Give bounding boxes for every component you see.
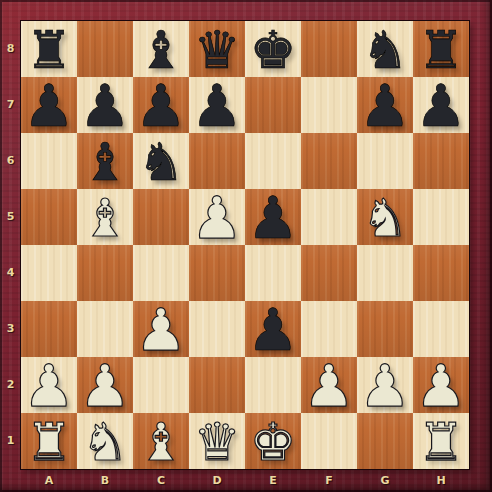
square-a7[interactable]: ♟ <box>21 77 77 133</box>
square-a5[interactable] <box>21 189 77 245</box>
square-h2[interactable]: ♟ <box>413 357 469 413</box>
black-pawn-c7[interactable]: ♟ <box>135 77 187 135</box>
square-f6[interactable] <box>301 133 357 189</box>
square-g4[interactable] <box>357 245 413 301</box>
rank-label-4: 4 <box>0 245 21 301</box>
square-b3[interactable] <box>77 301 133 357</box>
white-pawn-d5[interactable]: ♟ <box>191 189 243 247</box>
square-c3[interactable]: ♟ <box>133 301 189 357</box>
square-e6[interactable] <box>245 133 301 189</box>
square-c5[interactable] <box>133 189 189 245</box>
white-queen-d1[interactable]: ♛ <box>194 416 241 468</box>
file-label-h: H <box>413 469 469 492</box>
square-a8[interactable]: ♜ <box>21 21 77 77</box>
black-bishop-c8[interactable]: ♝ <box>138 24 185 76</box>
square-b2[interactable]: ♟ <box>77 357 133 413</box>
black-king-e8[interactable]: ♚ <box>250 24 297 76</box>
board-frame: ♜♝♛♚♞♜♟♟♟♟♟♟♝♞♝♟♟♞♟♟♟♟♟♟♟♜♞♝♛♚♜ 8 7 6 5 … <box>0 0 492 492</box>
square-b6[interactable]: ♝ <box>77 133 133 189</box>
square-b5[interactable]: ♝ <box>77 189 133 245</box>
square-f3[interactable] <box>301 301 357 357</box>
square-f1[interactable] <box>301 413 357 469</box>
square-g1[interactable] <box>357 413 413 469</box>
square-f7[interactable] <box>301 77 357 133</box>
square-e4[interactable] <box>245 245 301 301</box>
square-h7[interactable]: ♟ <box>413 77 469 133</box>
square-a1[interactable]: ♜ <box>21 413 77 469</box>
square-c6[interactable]: ♞ <box>133 133 189 189</box>
square-b1[interactable]: ♞ <box>77 413 133 469</box>
square-g5[interactable]: ♞ <box>357 189 413 245</box>
square-a4[interactable] <box>21 245 77 301</box>
square-e5[interactable]: ♟ <box>245 189 301 245</box>
rank-label-7: 7 <box>0 77 21 133</box>
square-h6[interactable] <box>413 133 469 189</box>
file-label-b: B <box>77 469 133 492</box>
square-e7[interactable] <box>245 77 301 133</box>
white-bishop-c1[interactable]: ♝ <box>138 416 185 468</box>
white-pawn-b2[interactable]: ♟ <box>79 357 131 415</box>
square-d5[interactable]: ♟ <box>189 189 245 245</box>
square-c2[interactable] <box>133 357 189 413</box>
square-c1[interactable]: ♝ <box>133 413 189 469</box>
black-queen-d8[interactable]: ♛ <box>194 24 241 76</box>
white-king-e1[interactable]: ♚ <box>250 416 297 468</box>
square-d2[interactable] <box>189 357 245 413</box>
white-knight-g5[interactable]: ♞ <box>362 192 409 244</box>
white-pawn-g2[interactable]: ♟ <box>359 357 411 415</box>
white-pawn-a2[interactable]: ♟ <box>23 357 75 415</box>
square-f2[interactable]: ♟ <box>301 357 357 413</box>
file-label-g: G <box>357 469 413 492</box>
file-label-a: A <box>21 469 77 492</box>
black-knight-c6[interactable]: ♞ <box>138 136 185 188</box>
rank-label-6: 6 <box>0 133 21 189</box>
square-c8[interactable]: ♝ <box>133 21 189 77</box>
black-pawn-a7[interactable]: ♟ <box>23 77 75 135</box>
square-a6[interactable] <box>21 133 77 189</box>
black-bishop-b6[interactable]: ♝ <box>82 136 129 188</box>
rank-label-2: 2 <box>0 357 21 413</box>
square-c7[interactable]: ♟ <box>133 77 189 133</box>
square-g6[interactable] <box>357 133 413 189</box>
square-a3[interactable] <box>21 301 77 357</box>
square-d3[interactable] <box>189 301 245 357</box>
square-h3[interactable] <box>413 301 469 357</box>
square-b4[interactable] <box>77 245 133 301</box>
square-e3[interactable]: ♟ <box>245 301 301 357</box>
file-label-f: F <box>301 469 357 492</box>
square-a2[interactable]: ♟ <box>21 357 77 413</box>
square-e8[interactable]: ♚ <box>245 21 301 77</box>
square-e1[interactable]: ♚ <box>245 413 301 469</box>
square-f5[interactable] <box>301 189 357 245</box>
file-label-c: C <box>133 469 189 492</box>
square-d8[interactable]: ♛ <box>189 21 245 77</box>
square-g8[interactable]: ♞ <box>357 21 413 77</box>
rank-label-8: 8 <box>0 21 21 77</box>
square-f4[interactable] <box>301 245 357 301</box>
square-h1[interactable]: ♜ <box>413 413 469 469</box>
square-e2[interactable] <box>245 357 301 413</box>
black-pawn-g7[interactable]: ♟ <box>359 77 411 135</box>
black-knight-g8[interactable]: ♞ <box>362 24 409 76</box>
white-knight-b1[interactable]: ♞ <box>82 416 129 468</box>
square-h4[interactable] <box>413 245 469 301</box>
white-rook-a1[interactable]: ♜ <box>26 416 73 468</box>
white-pawn-c3[interactable]: ♟ <box>135 301 187 359</box>
rank-label-3: 3 <box>0 301 21 357</box>
square-d4[interactable] <box>189 245 245 301</box>
white-pawn-h2[interactable]: ♟ <box>415 357 467 415</box>
file-label-e: E <box>245 469 301 492</box>
white-pawn-f2[interactable]: ♟ <box>303 357 355 415</box>
square-h8[interactable]: ♜ <box>413 21 469 77</box>
black-pawn-d7[interactable]: ♟ <box>191 77 243 135</box>
rank-label-5: 5 <box>0 189 21 245</box>
black-pawn-e5[interactable]: ♟ <box>247 189 299 247</box>
white-rook-h1[interactable]: ♜ <box>418 416 465 468</box>
black-rook-h8[interactable]: ♜ <box>418 24 465 76</box>
rank-label-1: 1 <box>0 413 21 469</box>
black-pawn-h7[interactable]: ♟ <box>415 77 467 135</box>
black-pawn-e3[interactable]: ♟ <box>247 301 299 359</box>
square-f8[interactable] <box>301 21 357 77</box>
file-label-d: D <box>189 469 245 492</box>
square-d7[interactable]: ♟ <box>189 77 245 133</box>
square-d1[interactable]: ♛ <box>189 413 245 469</box>
white-bishop-b5[interactable]: ♝ <box>82 192 129 244</box>
square-c4[interactable] <box>133 245 189 301</box>
black-pawn-b7[interactable]: ♟ <box>79 77 131 135</box>
square-d6[interactable] <box>189 133 245 189</box>
square-b7[interactable]: ♟ <box>77 77 133 133</box>
square-h5[interactable] <box>413 189 469 245</box>
square-b8[interactable] <box>77 21 133 77</box>
chess-board: ♜♝♛♚♞♜♟♟♟♟♟♟♝♞♝♟♟♞♟♟♟♟♟♟♟♜♞♝♛♚♜ <box>21 21 469 469</box>
square-g7[interactable]: ♟ <box>357 77 413 133</box>
square-g3[interactable] <box>357 301 413 357</box>
square-g2[interactable]: ♟ <box>357 357 413 413</box>
black-rook-a8[interactable]: ♜ <box>26 24 73 76</box>
